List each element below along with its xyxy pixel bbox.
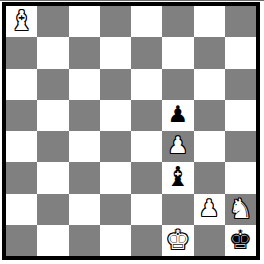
square-g7[interactable] xyxy=(194,37,225,68)
square-g4[interactable] xyxy=(194,131,225,162)
square-c6[interactable] xyxy=(69,69,100,100)
square-e1[interactable] xyxy=(131,225,162,256)
square-h6[interactable] xyxy=(225,69,256,100)
square-b4[interactable] xyxy=(37,131,68,162)
square-h5[interactable] xyxy=(225,100,256,131)
square-b2[interactable] xyxy=(37,194,68,225)
white-knight-h2: ♞ xyxy=(228,195,252,222)
square-a4[interactable] xyxy=(6,131,37,162)
square-a3[interactable] xyxy=(6,162,37,193)
square-e5[interactable] xyxy=(131,100,162,131)
square-d2[interactable] xyxy=(100,194,131,225)
square-g1[interactable] xyxy=(194,225,225,256)
square-e4[interactable] xyxy=(131,131,162,162)
square-h3[interactable] xyxy=(225,162,256,193)
black-bishop-f3: ♝ xyxy=(166,163,190,190)
square-e2[interactable] xyxy=(131,194,162,225)
square-d1[interactable] xyxy=(100,225,131,256)
square-g6[interactable] xyxy=(194,69,225,100)
square-g8[interactable] xyxy=(194,6,225,37)
square-b7[interactable] xyxy=(37,37,68,68)
square-d3[interactable] xyxy=(100,162,131,193)
square-f5[interactable]: ♟ xyxy=(162,100,193,131)
square-e6[interactable] xyxy=(131,69,162,100)
square-h4[interactable] xyxy=(225,131,256,162)
square-d8[interactable] xyxy=(100,6,131,37)
chess-diagram: ♝♟♟♝♟♞♚♚ xyxy=(0,0,264,264)
square-b3[interactable] xyxy=(37,162,68,193)
square-a8[interactable]: ♝ xyxy=(6,6,37,37)
square-b5[interactable] xyxy=(37,100,68,131)
square-e8[interactable] xyxy=(131,6,162,37)
square-d7[interactable] xyxy=(100,37,131,68)
square-a6[interactable] xyxy=(6,69,37,100)
square-c2[interactable] xyxy=(69,194,100,225)
board-frame: ♝♟♟♝♟♞♚♚ xyxy=(2,2,260,260)
square-d4[interactable] xyxy=(100,131,131,162)
square-a7[interactable] xyxy=(6,37,37,68)
square-a5[interactable] xyxy=(6,100,37,131)
square-c1[interactable] xyxy=(69,225,100,256)
square-f3[interactable]: ♝ xyxy=(162,162,193,193)
square-f8[interactable] xyxy=(162,6,193,37)
square-a1[interactable] xyxy=(6,225,37,256)
square-b6[interactable] xyxy=(37,69,68,100)
square-c8[interactable] xyxy=(69,6,100,37)
square-g2[interactable]: ♟ xyxy=(194,194,225,225)
square-c5[interactable] xyxy=(69,100,100,131)
black-pawn-f5: ♟ xyxy=(168,103,189,126)
square-d5[interactable] xyxy=(100,100,131,131)
white-bishop-a8: ♝ xyxy=(10,7,34,34)
square-f6[interactable] xyxy=(162,69,193,100)
square-f7[interactable] xyxy=(162,37,193,68)
square-h1[interactable]: ♚ xyxy=(225,225,256,256)
square-f4[interactable]: ♟ xyxy=(162,131,193,162)
square-h8[interactable] xyxy=(225,6,256,37)
white-king-f1: ♚ xyxy=(166,226,190,253)
square-b8[interactable] xyxy=(37,6,68,37)
square-h7[interactable] xyxy=(225,37,256,68)
square-d6[interactable] xyxy=(100,69,131,100)
square-b1[interactable] xyxy=(37,225,68,256)
square-a2[interactable] xyxy=(6,194,37,225)
square-c3[interactable] xyxy=(69,162,100,193)
chess-board: ♝♟♟♝♟♞♚♚ xyxy=(6,6,256,256)
square-g3[interactable] xyxy=(194,162,225,193)
square-c7[interactable] xyxy=(69,37,100,68)
white-pawn-g2: ♟ xyxy=(199,197,220,220)
square-h2[interactable]: ♞ xyxy=(225,194,256,225)
square-e3[interactable] xyxy=(131,162,162,193)
square-e7[interactable] xyxy=(131,37,162,68)
square-f1[interactable]: ♚ xyxy=(162,225,193,256)
screenshot-top-edge xyxy=(0,0,264,1)
square-c4[interactable] xyxy=(69,131,100,162)
square-f2[interactable] xyxy=(162,194,193,225)
black-king-h1: ♚ xyxy=(228,226,252,253)
square-g5[interactable] xyxy=(194,100,225,131)
white-pawn-f4: ♟ xyxy=(168,134,189,157)
